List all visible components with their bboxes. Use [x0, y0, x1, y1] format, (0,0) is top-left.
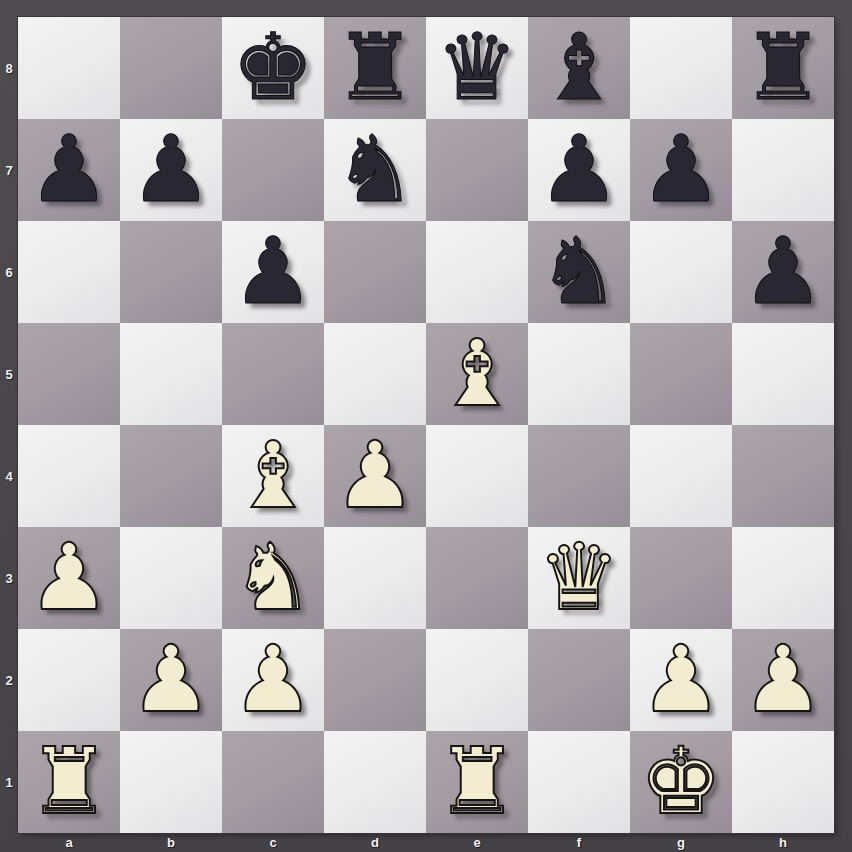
square-b6[interactable] — [120, 221, 222, 323]
square-a5[interactable] — [18, 323, 120, 425]
square-e8[interactable]: ♛ — [426, 17, 528, 119]
rank-label-6: 6 — [0, 221, 18, 323]
square-g4[interactable] — [630, 425, 732, 527]
square-a8[interactable] — [18, 17, 120, 119]
square-c3[interactable]: ♞ — [222, 527, 324, 629]
square-f2[interactable] — [528, 629, 630, 731]
square-c4[interactable]: ♝ — [222, 425, 324, 527]
black-queen[interactable]: ♛ — [436, 22, 518, 114]
white-queen[interactable]: ♛ — [538, 532, 620, 624]
square-e4[interactable] — [426, 425, 528, 527]
square-e2[interactable] — [426, 629, 528, 731]
file-label-e: e — [426, 833, 528, 852]
square-a1[interactable]: ♜ — [18, 731, 120, 833]
file-label-d: d — [324, 833, 426, 852]
black-pawn[interactable]: ♟ — [28, 124, 110, 216]
square-c2[interactable]: ♟ — [222, 629, 324, 731]
file-label-f: f — [528, 833, 630, 852]
board: ♚♜♛♝♜♟♟♞♟♟♟♞♟♝♝♟♟♞♛♟♟♟♟♜♜♚ — [18, 17, 834, 833]
square-c7[interactable] — [222, 119, 324, 221]
square-g1[interactable]: ♚ — [630, 731, 732, 833]
black-bishop[interactable]: ♝ — [538, 22, 620, 114]
file-label-c: c — [222, 833, 324, 852]
square-d6[interactable] — [324, 221, 426, 323]
square-b8[interactable] — [120, 17, 222, 119]
file-label-h: h — [732, 833, 834, 852]
square-h3[interactable] — [732, 527, 834, 629]
square-h8[interactable]: ♜ — [732, 17, 834, 119]
square-f4[interactable] — [528, 425, 630, 527]
square-g8[interactable] — [630, 17, 732, 119]
white-pawn[interactable]: ♟ — [28, 532, 110, 624]
white-pawn[interactable]: ♟ — [334, 430, 416, 522]
rank-label-3: 3 — [0, 527, 18, 629]
rank-label-1: 1 — [0, 731, 18, 833]
square-d4[interactable]: ♟ — [324, 425, 426, 527]
file-labels: abcdefgh — [18, 833, 834, 852]
white-king[interactable]: ♚ — [640, 736, 722, 828]
square-g7[interactable]: ♟ — [630, 119, 732, 221]
square-e7[interactable] — [426, 119, 528, 221]
square-c1[interactable] — [222, 731, 324, 833]
square-c8[interactable]: ♚ — [222, 17, 324, 119]
file-label-a: a — [18, 833, 120, 852]
rank-label-8: 8 — [0, 17, 18, 119]
square-d7[interactable]: ♞ — [324, 119, 426, 221]
square-a2[interactable] — [18, 629, 120, 731]
black-king[interactable]: ♚ — [232, 22, 314, 114]
square-b3[interactable] — [120, 527, 222, 629]
square-f8[interactable]: ♝ — [528, 17, 630, 119]
square-g3[interactable] — [630, 527, 732, 629]
black-pawn[interactable]: ♟ — [232, 226, 314, 318]
square-e1[interactable]: ♜ — [426, 731, 528, 833]
square-d8[interactable]: ♜ — [324, 17, 426, 119]
square-a3[interactable]: ♟ — [18, 527, 120, 629]
square-e6[interactable] — [426, 221, 528, 323]
white-pawn[interactable]: ♟ — [742, 634, 824, 726]
square-c5[interactable] — [222, 323, 324, 425]
square-f7[interactable]: ♟ — [528, 119, 630, 221]
white-rook[interactable]: ♜ — [436, 736, 518, 828]
square-d5[interactable] — [324, 323, 426, 425]
square-b7[interactable]: ♟ — [120, 119, 222, 221]
square-d2[interactable] — [324, 629, 426, 731]
black-pawn[interactable]: ♟ — [640, 124, 722, 216]
rank-label-4: 4 — [0, 425, 18, 527]
black-knight[interactable]: ♞ — [538, 226, 620, 318]
rank-label-5: 5 — [0, 323, 18, 425]
square-d1[interactable] — [324, 731, 426, 833]
square-a7[interactable]: ♟ — [18, 119, 120, 221]
square-b1[interactable] — [120, 731, 222, 833]
white-pawn[interactable]: ♟ — [130, 634, 212, 726]
black-pawn[interactable]: ♟ — [130, 124, 212, 216]
square-f3[interactable]: ♛ — [528, 527, 630, 629]
square-f5[interactable] — [528, 323, 630, 425]
white-bishop[interactable]: ♝ — [436, 328, 518, 420]
square-a6[interactable] — [18, 221, 120, 323]
black-knight[interactable]: ♞ — [334, 124, 416, 216]
square-b4[interactable] — [120, 425, 222, 527]
square-h6[interactable]: ♟ — [732, 221, 834, 323]
white-rook[interactable]: ♜ — [28, 736, 110, 828]
rank-label-7: 7 — [0, 119, 18, 221]
black-rook[interactable]: ♜ — [742, 22, 824, 114]
square-h1[interactable] — [732, 731, 834, 833]
black-pawn[interactable]: ♟ — [742, 226, 824, 318]
square-d3[interactable] — [324, 527, 426, 629]
white-knight[interactable]: ♞ — [232, 532, 314, 624]
black-rook[interactable]: ♜ — [334, 22, 416, 114]
white-pawn[interactable]: ♟ — [232, 634, 314, 726]
chess-board-frame: ♚♜♛♝♜♟♟♞♟♟♟♞♟♝♝♟♟♞♛♟♟♟♟♜♜♚ 87654321 abcd… — [0, 0, 852, 852]
square-b5[interactable] — [120, 323, 222, 425]
square-g2[interactable]: ♟ — [630, 629, 732, 731]
white-pawn[interactable]: ♟ — [640, 634, 722, 726]
square-f6[interactable]: ♞ — [528, 221, 630, 323]
square-e5[interactable]: ♝ — [426, 323, 528, 425]
square-h7[interactable] — [732, 119, 834, 221]
rank-label-2: 2 — [0, 629, 18, 731]
square-h4[interactable] — [732, 425, 834, 527]
square-g5[interactable] — [630, 323, 732, 425]
rank-labels: 87654321 — [0, 17, 18, 833]
square-e3[interactable] — [426, 527, 528, 629]
square-h2[interactable]: ♟ — [732, 629, 834, 731]
square-h5[interactable] — [732, 323, 834, 425]
square-g6[interactable] — [630, 221, 732, 323]
square-c6[interactable]: ♟ — [222, 221, 324, 323]
white-bishop[interactable]: ♝ — [232, 430, 314, 522]
file-label-g: g — [630, 833, 732, 852]
square-f1[interactable] — [528, 731, 630, 833]
square-a4[interactable] — [18, 425, 120, 527]
file-label-b: b — [120, 833, 222, 852]
black-pawn[interactable]: ♟ — [538, 124, 620, 216]
square-b2[interactable]: ♟ — [120, 629, 222, 731]
